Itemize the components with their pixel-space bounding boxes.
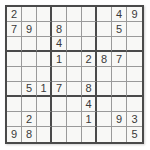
cell-r9c6-empty[interactable] [82, 127, 97, 142]
cell-r5c2-empty[interactable] [22, 67, 37, 82]
cell-r9c3-empty[interactable] [37, 127, 52, 142]
cell-r2c8-given[interactable]: 5 [112, 22, 127, 37]
cell-r7c4-empty[interactable] [52, 97, 67, 112]
cell-r2c1-given[interactable]: 7 [7, 22, 22, 37]
cell-r5c1-empty[interactable] [7, 67, 22, 82]
cell-r7c3-empty[interactable] [37, 97, 52, 112]
cell-r6c6-given[interactable]: 8 [82, 82, 97, 97]
cell-r4c6-given[interactable]: 2 [82, 52, 97, 67]
cell-r4c2-empty[interactable] [22, 52, 37, 67]
cell-r9c9-given[interactable]: 5 [127, 127, 142, 142]
sudoku-board: 249798541287517842193985 [5, 5, 144, 144]
cell-r6c8-empty[interactable] [112, 82, 127, 97]
cell-r3c4-given[interactable]: 4 [52, 37, 67, 52]
cell-r7c5-empty[interactable] [67, 97, 82, 112]
cell-r4c5-empty[interactable] [67, 52, 82, 67]
cell-r4c8-given[interactable]: 7 [112, 52, 127, 67]
cell-r3c2-empty[interactable] [22, 37, 37, 52]
sudoku-puzzle: 249798541287517842193985 [5, 5, 144, 144]
cell-r5c7-empty[interactable] [97, 67, 112, 82]
cell-r6c1-empty[interactable] [7, 82, 22, 97]
cell-r9c8-empty[interactable] [112, 127, 127, 142]
cell-r6c5-empty[interactable] [67, 82, 82, 97]
cell-r9c2-given[interactable]: 8 [22, 127, 37, 142]
cell-r1c9-given[interactable]: 9 [127, 7, 142, 22]
cell-r2c7-empty[interactable] [97, 22, 112, 37]
cell-r8c6-given[interactable]: 1 [82, 112, 97, 127]
cell-r8c1-empty[interactable] [7, 112, 22, 127]
cell-r3c9-empty[interactable] [127, 37, 142, 52]
cell-r4c3-empty[interactable] [37, 52, 52, 67]
cell-r1c5-empty[interactable] [67, 7, 82, 22]
cell-r5c8-empty[interactable] [112, 67, 127, 82]
cell-r6c4-given[interactable]: 7 [52, 82, 67, 97]
cell-r1c2-empty[interactable] [22, 7, 37, 22]
cell-r3c7-empty[interactable] [97, 37, 112, 52]
cell-r1c1-given[interactable]: 2 [7, 7, 22, 22]
cell-r7c8-empty[interactable] [112, 97, 127, 112]
cell-r1c6-empty[interactable] [82, 7, 97, 22]
cell-r4c4-given[interactable]: 1 [52, 52, 67, 67]
cell-r4c7-given[interactable]: 8 [97, 52, 112, 67]
cell-r9c5-empty[interactable] [67, 127, 82, 142]
cell-r4c9-empty[interactable] [127, 52, 142, 67]
cell-r2c6-empty[interactable] [82, 22, 97, 37]
cell-r6c3-given[interactable]: 1 [37, 82, 52, 97]
cell-r7c9-empty[interactable] [127, 97, 142, 112]
cell-r7c7-empty[interactable] [97, 97, 112, 112]
cell-r8c4-empty[interactable] [52, 112, 67, 127]
cell-r7c2-empty[interactable] [22, 97, 37, 112]
cell-r3c6-empty[interactable] [82, 37, 97, 52]
cell-r8c3-empty[interactable] [37, 112, 52, 127]
cell-r8c8-given[interactable]: 9 [112, 112, 127, 127]
cell-r2c4-given[interactable]: 8 [52, 22, 67, 37]
cell-r6c9-empty[interactable] [127, 82, 142, 97]
cell-r2c3-empty[interactable] [37, 22, 52, 37]
cell-r5c6-empty[interactable] [82, 67, 97, 82]
cell-r1c7-empty[interactable] [97, 7, 112, 22]
cell-r1c3-empty[interactable] [37, 7, 52, 22]
cell-r6c2-given[interactable]: 5 [22, 82, 37, 97]
cell-r2c5-empty[interactable] [67, 22, 82, 37]
cell-r5c3-empty[interactable] [37, 67, 52, 82]
cell-r4c1-empty[interactable] [7, 52, 22, 67]
cell-r9c7-empty[interactable] [97, 127, 112, 142]
cell-r1c8-given[interactable]: 4 [112, 7, 127, 22]
cell-r3c3-empty[interactable] [37, 37, 52, 52]
cell-r7c6-given[interactable]: 4 [82, 97, 97, 112]
cell-r3c1-empty[interactable] [7, 37, 22, 52]
cell-r2c9-empty[interactable] [127, 22, 142, 37]
cell-r3c5-empty[interactable] [67, 37, 82, 52]
cell-r9c1-given[interactable]: 9 [7, 127, 22, 142]
cell-r3c8-empty[interactable] [112, 37, 127, 52]
cell-r6c7-empty[interactable] [97, 82, 112, 97]
cell-r2c2-given[interactable]: 9 [22, 22, 37, 37]
cell-r9c4-empty[interactable] [52, 127, 67, 142]
cell-r7c1-empty[interactable] [7, 97, 22, 112]
cell-r8c9-given[interactable]: 3 [127, 112, 142, 127]
cell-r5c5-empty[interactable] [67, 67, 82, 82]
cell-r8c7-empty[interactable] [97, 112, 112, 127]
cell-r1c4-empty[interactable] [52, 7, 67, 22]
cell-r5c4-empty[interactable] [52, 67, 67, 82]
cell-r8c5-empty[interactable] [67, 112, 82, 127]
cell-r5c9-empty[interactable] [127, 67, 142, 82]
cell-r8c2-given[interactable]: 2 [22, 112, 37, 127]
